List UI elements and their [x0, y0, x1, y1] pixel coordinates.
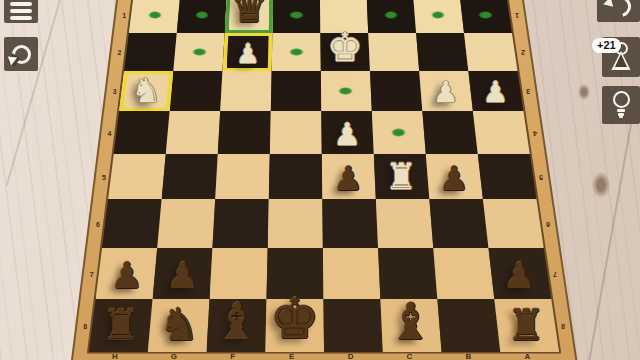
square-f5[interactable]	[215, 154, 270, 199]
square-h4[interactable]	[114, 111, 170, 154]
rank-label-left-8: 8	[83, 322, 87, 329]
file-label-c: C	[407, 352, 413, 360]
hint-button[interactable]	[602, 86, 640, 124]
square-b4[interactable]	[422, 111, 477, 154]
legal-move-dot-c4	[391, 128, 406, 137]
rank-label-right-6: 6	[546, 220, 550, 227]
square-f3[interactable]	[220, 71, 271, 111]
square-e3[interactable]	[271, 71, 322, 111]
legal-move-dot-g2	[192, 48, 207, 57]
square-c7[interactable]	[378, 248, 437, 299]
square-f4[interactable]	[218, 111, 271, 154]
piece-black-queen-f1[interactable]: ♛	[231, 0, 268, 29]
piece-black-king-e8[interactable]: ♚	[270, 291, 320, 347]
file-label-a: A	[524, 352, 530, 360]
file-label-d: D	[348, 352, 354, 360]
piece-white-pawn-a3[interactable]: ♟	[483, 78, 509, 107]
legal-move-dot-h1	[148, 11, 162, 20]
square-e5[interactable]	[269, 154, 323, 199]
piece-black-pawn-g7[interactable]: ♟	[167, 258, 199, 294]
piece-black-bishop-c8[interactable]: ♝	[388, 297, 433, 347]
square-h5[interactable]	[108, 154, 166, 199]
rank-label-left-5: 5	[102, 173, 106, 180]
menu-button[interactable]	[4, 0, 38, 23]
square-f6[interactable]	[212, 199, 268, 248]
file-label-h: H	[112, 352, 118, 360]
piece-black-rook-h8[interactable]: ♜	[102, 304, 141, 347]
square-d7[interactable]	[323, 248, 381, 299]
piece-black-rook-a8[interactable]: ♜	[507, 304, 546, 347]
rank-label-left-7: 7	[90, 270, 94, 277]
legal-move-dot-e1	[289, 11, 303, 20]
square-e6[interactable]	[268, 199, 323, 248]
piece-black-pawn-h7[interactable]: ♟	[111, 258, 143, 294]
square-a4[interactable]	[473, 111, 530, 154]
square-g4[interactable]	[166, 111, 220, 154]
rank-label-left-3: 3	[113, 88, 117, 95]
rank-label-left-6: 6	[96, 220, 100, 227]
square-g3[interactable]	[170, 71, 223, 111]
square-b2[interactable]	[416, 33, 468, 71]
rank-label-right-2: 2	[521, 49, 525, 56]
rank-label-left-2: 2	[118, 49, 122, 56]
square-b8[interactable]	[437, 299, 500, 352]
rank-label-right-3: 3	[527, 88, 531, 95]
rank-label-left-4: 4	[107, 129, 111, 136]
square-a2[interactable]	[464, 33, 518, 71]
rank-label-right-8: 8	[561, 322, 565, 329]
legal-move-dot-g1	[195, 11, 209, 20]
legal-move-dot-d3	[338, 87, 353, 96]
square-f7[interactable]	[210, 248, 268, 299]
piece-black-bishop-f8[interactable]: ♝	[215, 297, 260, 347]
piece-white-pawn-b3[interactable]: ♟	[433, 78, 459, 107]
legal-move-dot-b1	[431, 11, 445, 20]
piece-white-rook-c5[interactable]: ♜	[385, 159, 417, 195]
piece-black-pawn-b5[interactable]: ♟	[439, 162, 469, 195]
rank-label-left-1: 1	[122, 12, 126, 19]
piece-white-king-d2[interactable]: ♚	[327, 27, 363, 67]
undo-button[interactable]	[597, 0, 640, 22]
square-a6[interactable]	[483, 199, 544, 248]
file-label-g: G	[171, 352, 177, 360]
square-h2[interactable]	[124, 33, 177, 71]
file-label-b: B	[466, 352, 472, 360]
square-e4[interactable]	[270, 111, 322, 154]
legal-move-dot-c1	[384, 11, 398, 20]
square-c6[interactable]	[376, 199, 433, 248]
piece-white-pawn-d4[interactable]: ♟	[333, 119, 361, 150]
rank-label-right-1: 1	[515, 12, 519, 19]
square-a5[interactable]	[478, 154, 537, 199]
square-c3[interactable]	[370, 71, 422, 111]
legal-move-dot-a1	[478, 11, 492, 20]
chess-board: ♛♚♟♟♟♞♟♟♜♟♟♟♟♜♝♚♝♞♜HGFEDCBA1122334455667…	[0, 0, 640, 360]
piece-white-pawn-f2[interactable]: ♟	[236, 40, 260, 67]
piece-black-pawn-d5[interactable]: ♟	[334, 162, 364, 195]
square-g6[interactable]	[157, 199, 215, 248]
square-d6[interactable]	[322, 199, 378, 248]
legal-move-dot-e2	[289, 48, 304, 57]
rank-label-right-4: 4	[533, 129, 537, 136]
rotate-board-button[interactable]	[4, 37, 38, 71]
rank-label-right-5: 5	[539, 173, 543, 180]
rank-label-right-7: 7	[554, 270, 558, 277]
piece-black-pawn-a7[interactable]: ♟	[503, 258, 535, 294]
piece-white-knight-h3[interactable]: ♞	[131, 73, 161, 107]
square-b7[interactable]	[433, 248, 494, 299]
material-score-badge: +21	[592, 38, 621, 53]
file-label-f: F	[230, 352, 235, 360]
square-d8[interactable]	[323, 299, 382, 352]
square-b6[interactable]	[429, 199, 488, 248]
file-label-e: E	[289, 352, 294, 360]
square-c2[interactable]	[368, 33, 419, 71]
piece-black-knight-g8[interactable]: ♞	[159, 302, 199, 347]
square-g5[interactable]	[162, 154, 218, 199]
square-h6[interactable]	[102, 199, 162, 248]
